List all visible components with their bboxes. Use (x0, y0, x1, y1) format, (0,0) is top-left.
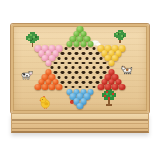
empty-hole[interactable] (68, 81, 71, 84)
empty-hole[interactable] (78, 47, 81, 50)
board-cell (49, 85, 56, 90)
empty-hole[interactable] (92, 66, 95, 69)
empty-hole[interactable] (71, 57, 74, 60)
empty-hole[interactable] (75, 62, 78, 65)
checkers-star-board (35, 27, 126, 109)
empty-hole[interactable] (61, 62, 64, 65)
empty-hole[interactable] (68, 71, 71, 74)
box-front-panel (11, 113, 149, 133)
empty-hole[interactable] (96, 52, 99, 55)
board-cell (56, 85, 63, 90)
empty-hole[interactable] (71, 76, 74, 79)
empty-hole[interactable] (78, 57, 81, 60)
empty-hole[interactable] (57, 57, 60, 60)
cow-icon (21, 66, 33, 76)
empty-hole[interactable] (71, 47, 74, 50)
orange-peg[interactable] (56, 84, 62, 90)
empty-hole[interactable] (85, 76, 88, 79)
empty-hole[interactable] (85, 57, 88, 60)
empty-hole[interactable] (64, 47, 67, 50)
empty-hole[interactable] (64, 86, 67, 89)
empty-hole[interactable] (85, 66, 88, 69)
empty-hole[interactable] (82, 71, 85, 74)
product-photo (0, 0, 160, 160)
empty-hole[interactable] (78, 76, 81, 79)
orange-peg[interactable] (49, 84, 55, 90)
empty-hole[interactable] (68, 52, 71, 55)
empty-hole[interactable] (75, 81, 78, 84)
empty-hole[interactable] (64, 66, 67, 69)
empty-hole[interactable] (92, 47, 95, 50)
empty-hole[interactable] (57, 66, 60, 69)
empty-hole[interactable] (89, 62, 92, 65)
empty-hole[interactable] (99, 66, 102, 69)
empty-hole[interactable] (92, 86, 95, 89)
red-peg[interactable] (119, 84, 125, 90)
empty-hole[interactable] (64, 76, 67, 79)
empty-hole[interactable] (96, 71, 99, 74)
empty-hole[interactable] (85, 86, 88, 89)
empty-hole[interactable] (61, 52, 64, 55)
red-peg[interactable] (112, 84, 118, 90)
empty-hole[interactable] (68, 62, 71, 65)
empty-hole[interactable] (57, 76, 60, 79)
board-cell (35, 85, 42, 90)
board-row (77, 104, 84, 109)
board-cell (112, 85, 119, 90)
red-peg[interactable] (105, 84, 111, 90)
empty-hole[interactable] (92, 76, 95, 79)
board-cell (42, 85, 49, 90)
blue-peg[interactable] (77, 103, 83, 109)
empty-hole[interactable] (103, 62, 106, 65)
orange-peg[interactable] (42, 84, 48, 90)
empty-hole[interactable] (82, 62, 85, 65)
empty-hole[interactable] (78, 66, 81, 69)
empty-hole[interactable] (89, 71, 92, 74)
empty-hole[interactable] (61, 71, 64, 74)
empty-hole[interactable] (99, 57, 102, 60)
empty-hole[interactable] (75, 71, 78, 74)
empty-hole[interactable] (89, 52, 92, 55)
orange-peg[interactable] (35, 84, 41, 90)
empty-hole[interactable] (92, 57, 95, 60)
empty-hole[interactable] (71, 66, 74, 69)
empty-hole[interactable] (54, 62, 57, 65)
board-cell (77, 104, 84, 109)
empty-hole[interactable] (96, 62, 99, 65)
empty-hole[interactable] (61, 81, 64, 84)
panel-groove (12, 128, 148, 129)
board-cell (119, 85, 126, 90)
empty-hole[interactable] (82, 81, 85, 84)
empty-hole[interactable] (85, 47, 88, 50)
empty-hole[interactable] (89, 81, 92, 84)
red-peg[interactable] (98, 84, 104, 90)
empty-hole[interactable] (50, 66, 53, 69)
empty-hole[interactable] (71, 86, 74, 89)
board-cell (98, 85, 105, 90)
empty-hole[interactable] (78, 86, 81, 89)
panel-groove (12, 123, 148, 124)
panel-groove (12, 119, 148, 121)
wooden-game-box (11, 24, 149, 133)
empty-hole[interactable] (64, 57, 67, 60)
empty-hole[interactable] (75, 52, 78, 55)
empty-hole[interactable] (54, 71, 57, 74)
board-cell (105, 85, 112, 90)
empty-hole[interactable] (82, 52, 85, 55)
board-top-surface (11, 24, 149, 113)
